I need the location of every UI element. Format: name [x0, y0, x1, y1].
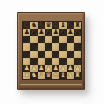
square-c5[interactable] [38, 43, 45, 50]
piece-black-pawn[interactable]: ♟ [24, 29, 30, 36]
piece-white-bishop[interactable]: ♝ [38, 72, 44, 79]
product-photo-stage: ♜♞♝♛♚♝♞♜♟♟♟♟♟♟♟♟♟♟♟♟♟♟♟♟♜♞♝♛♚♝♞♜ [0, 0, 104, 104]
square-b6[interactable] [30, 36, 37, 43]
square-b7[interactable]: ♟ [30, 29, 37, 36]
square-h4[interactable] [74, 51, 81, 58]
square-f7[interactable]: ♟ [59, 29, 66, 36]
piece-white-rook[interactable]: ♜ [74, 72, 80, 79]
square-e4[interactable] [52, 51, 59, 58]
square-f5[interactable] [59, 43, 66, 50]
square-c7[interactable]: ♟ [38, 29, 45, 36]
piece-black-pawn[interactable]: ♟ [67, 29, 73, 36]
square-e6[interactable] [52, 36, 59, 43]
chess-board: ♜♞♝♛♚♝♞♜♟♟♟♟♟♟♟♟♟♟♟♟♟♟♟♟♜♞♝♛♚♝♞♜ [22, 21, 82, 80]
square-f6[interactable] [59, 36, 66, 43]
piece-white-knight[interactable]: ♞ [67, 72, 73, 79]
piece-black-pawn[interactable]: ♟ [45, 29, 51, 36]
piece-black-pawn[interactable]: ♟ [60, 29, 66, 36]
square-b4[interactable] [30, 51, 37, 58]
square-d7[interactable]: ♟ [45, 29, 52, 36]
square-g7[interactable]: ♟ [67, 29, 74, 36]
piece-black-pawn[interactable]: ♟ [74, 29, 80, 36]
square-c1[interactable]: ♝ [38, 72, 45, 79]
square-a4[interactable] [23, 51, 30, 58]
square-h6[interactable] [74, 36, 81, 43]
piece-white-queen[interactable]: ♛ [45, 72, 51, 79]
square-a7[interactable]: ♟ [23, 29, 30, 36]
bottom-ledge-groove [20, 84, 82, 86]
square-c6[interactable] [38, 36, 45, 43]
square-e5[interactable] [52, 43, 59, 50]
square-d6[interactable] [45, 36, 52, 43]
square-b1[interactable]: ♞ [30, 72, 37, 79]
square-c4[interactable] [38, 51, 45, 58]
square-f4[interactable] [59, 51, 66, 58]
square-e7[interactable]: ♟ [52, 29, 59, 36]
square-h1[interactable]: ♜ [74, 72, 81, 79]
square-f1[interactable]: ♝ [59, 72, 66, 79]
square-e1[interactable]: ♚ [52, 72, 59, 79]
piece-white-knight[interactable]: ♞ [31, 72, 37, 79]
square-a5[interactable] [23, 43, 30, 50]
square-b5[interactable] [30, 43, 37, 50]
piece-white-king[interactable]: ♚ [53, 72, 59, 79]
piece-white-bishop[interactable]: ♝ [60, 72, 66, 79]
square-h5[interactable] [74, 43, 81, 50]
square-g6[interactable] [67, 36, 74, 43]
square-g5[interactable] [67, 43, 74, 50]
square-g1[interactable]: ♞ [67, 72, 74, 79]
square-h7[interactable]: ♟ [74, 29, 81, 36]
square-d1[interactable]: ♛ [45, 72, 52, 79]
piece-white-rook[interactable]: ♜ [24, 72, 30, 79]
piece-black-pawn[interactable]: ♟ [31, 29, 37, 36]
piece-black-pawn[interactable]: ♟ [53, 29, 59, 36]
piece-black-pawn[interactable]: ♟ [38, 29, 44, 36]
square-d5[interactable] [45, 43, 52, 50]
square-a6[interactable] [23, 36, 30, 43]
square-d4[interactable] [45, 51, 52, 58]
square-g4[interactable] [67, 51, 74, 58]
square-a1[interactable]: ♜ [23, 72, 30, 79]
chess-board-frame: ♜♞♝♛♚♝♞♜♟♟♟♟♟♟♟♟♟♟♟♟♟♟♟♟♜♞♝♛♚♝♞♜ [17, 12, 85, 90]
